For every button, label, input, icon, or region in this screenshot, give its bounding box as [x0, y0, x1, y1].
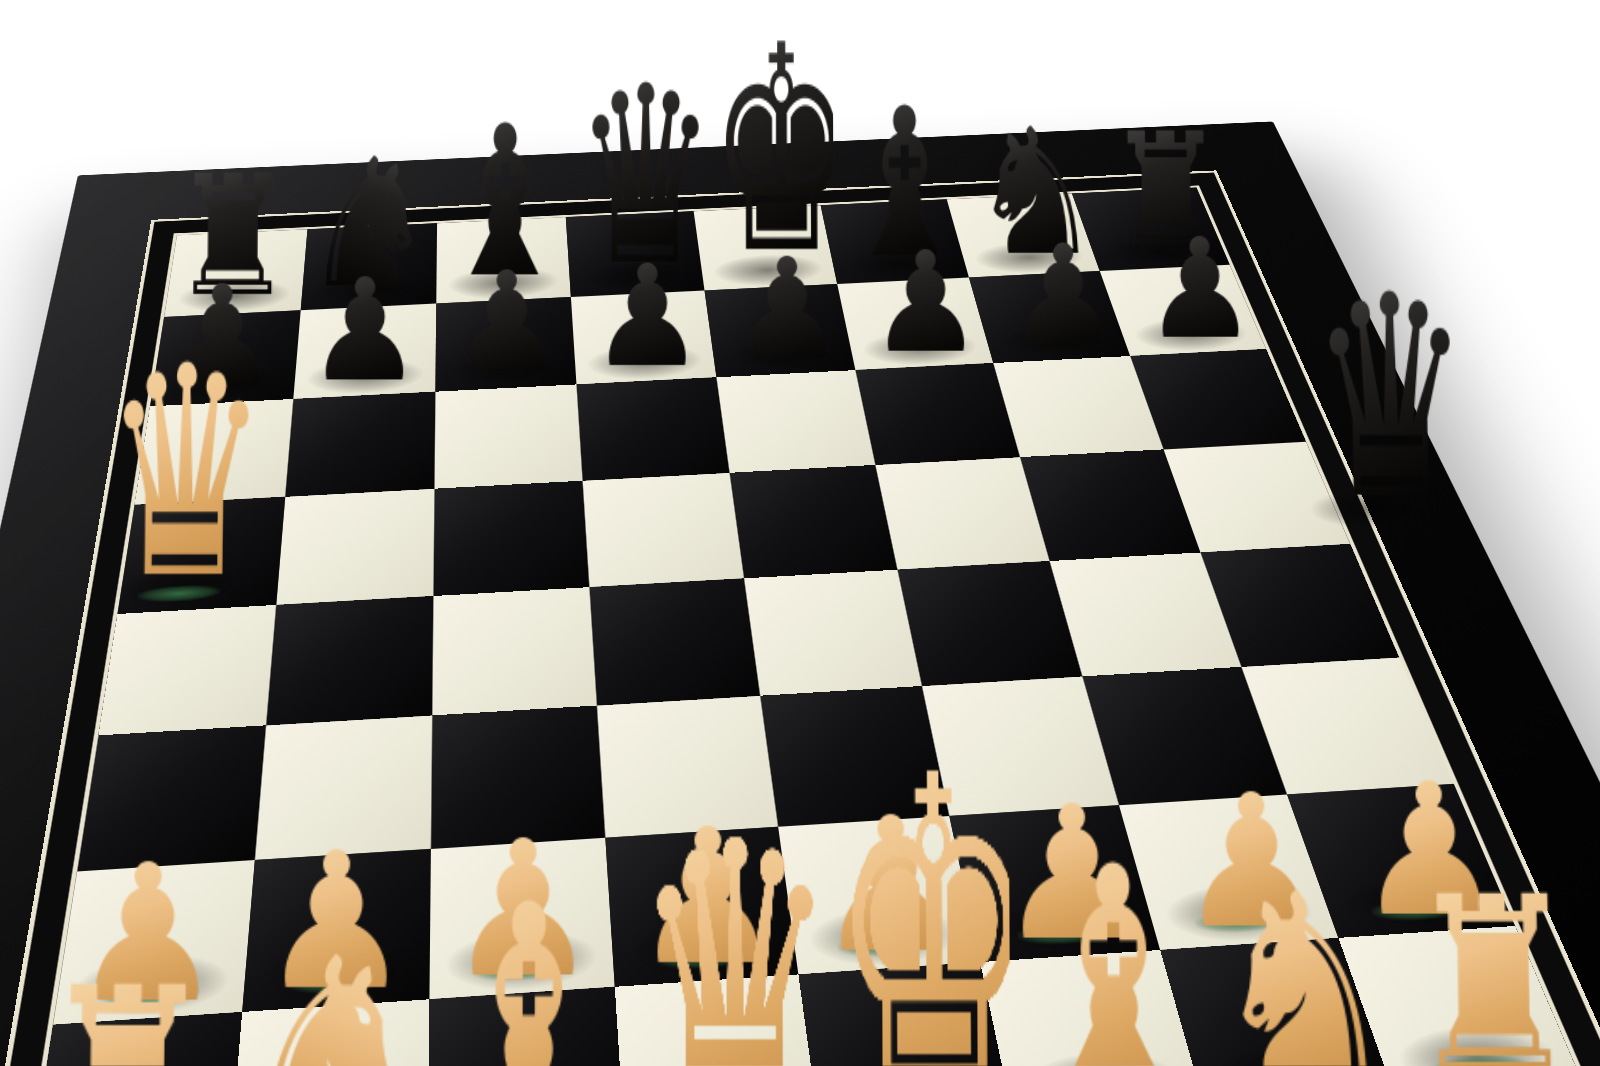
square-d6[interactable]: [576, 377, 729, 480]
white-queen-a5[interactable]: ♛: [101, 328, 254, 619]
square-f6[interactable]: [855, 363, 1020, 465]
black-pawn-d7[interactable]: ♟: [577, 247, 718, 387]
white-knight-b1[interactable]: ♞: [228, 923, 429, 1066]
square-e6[interactable]: [716, 370, 875, 473]
board-scene: ♜♞♝♛♚♝♞♜♟♟♟♟♟♟♟♟♛♛♟♟♟♟♟♟♟♟♜♞♝♛♚♝♞♜: [0, 121, 1600, 1066]
square-a5[interactable]: ♛: [118, 497, 286, 614]
square-g6[interactable]: [993, 356, 1163, 457]
white-king-e1[interactable]: ♚: [829, 723, 1011, 1066]
black-pawn-c7[interactable]: ♟: [436, 254, 578, 395]
white-knight-g1[interactable]: ♞: [1206, 859, 1403, 1066]
square-b7[interactable]: ♟: [293, 304, 436, 399]
white-bishop-f1[interactable]: ♝: [1019, 826, 1207, 1066]
square-c6[interactable]: [434, 384, 582, 488]
square-f7[interactable]: ♟: [837, 277, 993, 370]
square-b6[interactable]: [285, 392, 435, 497]
black-pawn-g7[interactable]: ♟: [993, 227, 1133, 366]
black-pawn-e7[interactable]: ♟: [717, 240, 857, 380]
square-b1[interactable]: ♞: [228, 999, 430, 1066]
black-pawn-b7[interactable]: ♟: [293, 261, 436, 403]
black-pawn-f7[interactable]: ♟: [856, 234, 996, 373]
square-c4[interactable]: [432, 587, 597, 715]
square-b5[interactable]: [276, 489, 434, 605]
white-queen-d1[interactable]: ♛: [631, 794, 819, 1066]
square-e4[interactable]: [744, 570, 922, 696]
white-bishop-c1[interactable]: ♝: [433, 864, 622, 1066]
square-e7[interactable]: ♟: [705, 284, 856, 377]
chess-board: ♜♞♝♛♚♝♞♜♟♟♟♟♟♟♟♟♛♛♟♟♟♟♟♟♟♟♜♞♝♛♚♝♞♜: [0, 121, 1600, 1066]
square-a1[interactable]: ♜: [26, 1012, 242, 1066]
square-d5[interactable]: [583, 473, 744, 587]
square-c5[interactable]: [433, 481, 589, 596]
square-d1[interactable]: ♛: [615, 974, 822, 1066]
square-d7[interactable]: ♟: [571, 290, 717, 384]
square-c7[interactable]: ♟: [435, 297, 576, 392]
black-queen-h5[interactable]: ♛: [1309, 259, 1457, 538]
square-a4[interactable]: [98, 605, 276, 735]
white-rook-h1[interactable]: ♜: [1393, 865, 1594, 1066]
square-c1[interactable]: ♝: [428, 987, 626, 1066]
white-rook-a1[interactable]: ♜: [23, 955, 230, 1066]
photo-stage: ♜♞♝♛♚♝♞♜♟♟♟♟♟♟♟♟♛♛♟♟♟♟♟♟♟♟♜♞♝♛♚♝♞♜: [0, 0, 1600, 1066]
black-pawn-h7[interactable]: ♟: [1130, 221, 1270, 359]
